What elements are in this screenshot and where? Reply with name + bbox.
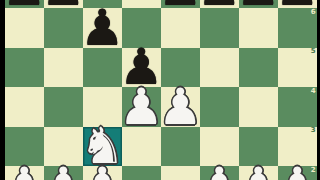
rank-label-4: 4: [311, 88, 316, 95]
square-f7[interactable]: ♟: [200, 0, 239, 8]
square-a4[interactable]: [5, 87, 44, 127]
square-h5[interactable]: 5: [278, 48, 317, 88]
square-f2[interactable]: ♟: [200, 166, 239, 180]
square-g7[interactable]: ♟: [239, 0, 278, 8]
white-pawn[interactable]: ♟: [80, 161, 125, 180]
square-e4[interactable]: ♟: [161, 87, 200, 127]
video-frame: ♟♟♟♟♟♟♟6♟5♟♟4♞3♟♟♟♟♟♟2: [0, 0, 320, 180]
square-c2[interactable]: ♟: [83, 166, 122, 180]
square-d7[interactable]: [122, 0, 161, 8]
square-h4[interactable]: 4: [278, 87, 317, 127]
chess-board: ♟♟♟♟♟♟♟6♟5♟♟4♞3♟♟♟♟♟♟2: [5, 0, 317, 180]
square-d4[interactable]: ♟: [122, 87, 161, 127]
square-b6[interactable]: [44, 8, 83, 48]
square-e3[interactable]: [161, 127, 200, 167]
square-d3[interactable]: [122, 127, 161, 167]
square-h7[interactable]: ♟: [278, 0, 317, 8]
square-e2[interactable]: [161, 166, 200, 180]
square-f4[interactable]: [200, 87, 239, 127]
square-d2[interactable]: [122, 166, 161, 180]
rank-label-5: 5: [311, 48, 316, 55]
square-g4[interactable]: [239, 87, 278, 127]
white-pawn[interactable]: ♟: [158, 82, 203, 132]
letterbox-left: [0, 0, 5, 180]
rank-label-6: 6: [311, 9, 316, 16]
square-h6[interactable]: 6: [278, 8, 317, 48]
square-h2[interactable]: ♟2: [278, 166, 317, 180]
square-a7[interactable]: ♟: [5, 0, 44, 8]
square-a5[interactable]: [5, 48, 44, 88]
square-c5[interactable]: [83, 48, 122, 88]
square-b7[interactable]: ♟: [44, 0, 83, 8]
square-f6[interactable]: [200, 8, 239, 48]
square-b5[interactable]: [44, 48, 83, 88]
rank-label-3: 3: [311, 127, 316, 134]
square-a2[interactable]: ♟: [5, 166, 44, 180]
square-c6[interactable]: ♟: [83, 8, 122, 48]
square-b2[interactable]: ♟: [44, 166, 83, 180]
square-e6[interactable]: [161, 8, 200, 48]
square-f5[interactable]: [200, 48, 239, 88]
square-g5[interactable]: [239, 48, 278, 88]
rank-label-2: 2: [311, 167, 316, 174]
square-b4[interactable]: [44, 87, 83, 127]
square-g2[interactable]: ♟: [239, 166, 278, 180]
square-e7[interactable]: ♟: [161, 0, 200, 8]
square-g6[interactable]: [239, 8, 278, 48]
square-a6[interactable]: [5, 8, 44, 48]
